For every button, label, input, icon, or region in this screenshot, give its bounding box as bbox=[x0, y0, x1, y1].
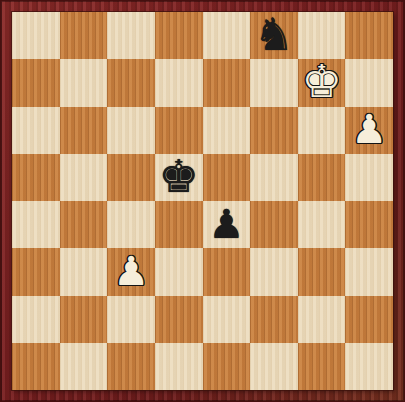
square-e6[interactable] bbox=[203, 107, 251, 154]
white-pawn-h6[interactable]: ♟ bbox=[351, 109, 387, 149]
square-h3[interactable] bbox=[345, 248, 393, 295]
square-d2[interactable] bbox=[155, 296, 203, 343]
square-c3[interactable]: ♟ bbox=[107, 248, 155, 295]
square-f5[interactable] bbox=[250, 154, 298, 201]
square-f1[interactable] bbox=[250, 343, 298, 390]
square-g1[interactable] bbox=[298, 343, 346, 390]
square-b6[interactable] bbox=[60, 107, 108, 154]
square-g5[interactable] bbox=[298, 154, 346, 201]
square-b8[interactable] bbox=[60, 12, 108, 59]
square-f6[interactable] bbox=[250, 107, 298, 154]
square-c4[interactable] bbox=[107, 201, 155, 248]
square-d7[interactable] bbox=[155, 59, 203, 106]
square-b4[interactable] bbox=[60, 201, 108, 248]
square-d8[interactable] bbox=[155, 12, 203, 59]
square-h1[interactable] bbox=[345, 343, 393, 390]
square-a6[interactable] bbox=[12, 107, 60, 154]
square-f8[interactable]: ♞ bbox=[250, 12, 298, 59]
square-b3[interactable] bbox=[60, 248, 108, 295]
square-f7[interactable] bbox=[250, 59, 298, 106]
square-c6[interactable] bbox=[107, 107, 155, 154]
square-h2[interactable] bbox=[345, 296, 393, 343]
square-f3[interactable] bbox=[250, 248, 298, 295]
square-e1[interactable] bbox=[203, 343, 251, 390]
square-a4[interactable] bbox=[12, 201, 60, 248]
square-g4[interactable] bbox=[298, 201, 346, 248]
black-king-d5[interactable]: ♚ bbox=[159, 154, 199, 199]
square-e2[interactable] bbox=[203, 296, 251, 343]
square-d6[interactable] bbox=[155, 107, 203, 154]
square-a8[interactable] bbox=[12, 12, 60, 59]
square-g8[interactable] bbox=[298, 12, 346, 59]
square-h6[interactable]: ♟ bbox=[345, 107, 393, 154]
square-a1[interactable] bbox=[12, 343, 60, 390]
square-h7[interactable] bbox=[345, 59, 393, 106]
square-g3[interactable] bbox=[298, 248, 346, 295]
square-g2[interactable] bbox=[298, 296, 346, 343]
square-f4[interactable] bbox=[250, 201, 298, 248]
square-c8[interactable] bbox=[107, 12, 155, 59]
square-h8[interactable] bbox=[345, 12, 393, 59]
white-king-g7[interactable]: ♚ bbox=[301, 59, 341, 104]
square-b5[interactable] bbox=[60, 154, 108, 201]
square-g7[interactable]: ♚ bbox=[298, 59, 346, 106]
square-f2[interactable] bbox=[250, 296, 298, 343]
square-d5[interactable]: ♚ bbox=[155, 154, 203, 201]
square-d4[interactable] bbox=[155, 201, 203, 248]
white-pawn-c3[interactable]: ♟ bbox=[113, 251, 149, 291]
board-frame: ♞♚♟♚♟♟ bbox=[0, 0, 405, 402]
square-a3[interactable] bbox=[12, 248, 60, 295]
square-e4[interactable]: ♟ bbox=[203, 201, 251, 248]
square-c2[interactable] bbox=[107, 296, 155, 343]
square-b7[interactable] bbox=[60, 59, 108, 106]
square-b1[interactable] bbox=[60, 343, 108, 390]
square-a5[interactable] bbox=[12, 154, 60, 201]
square-c7[interactable] bbox=[107, 59, 155, 106]
square-d3[interactable] bbox=[155, 248, 203, 295]
square-a7[interactable] bbox=[12, 59, 60, 106]
square-e8[interactable] bbox=[203, 12, 251, 59]
square-d1[interactable] bbox=[155, 343, 203, 390]
square-g6[interactable] bbox=[298, 107, 346, 154]
black-knight-f8[interactable]: ♞ bbox=[254, 12, 294, 57]
square-h5[interactable] bbox=[345, 154, 393, 201]
square-a2[interactable] bbox=[12, 296, 60, 343]
square-c5[interactable] bbox=[107, 154, 155, 201]
black-pawn-e4[interactable]: ♟ bbox=[208, 204, 244, 244]
chess-board: ♞♚♟♚♟♟ bbox=[12, 12, 393, 390]
square-h4[interactable] bbox=[345, 201, 393, 248]
square-c1[interactable] bbox=[107, 343, 155, 390]
square-b2[interactable] bbox=[60, 296, 108, 343]
square-e3[interactable] bbox=[203, 248, 251, 295]
square-e7[interactable] bbox=[203, 59, 251, 106]
square-e5[interactable] bbox=[203, 154, 251, 201]
